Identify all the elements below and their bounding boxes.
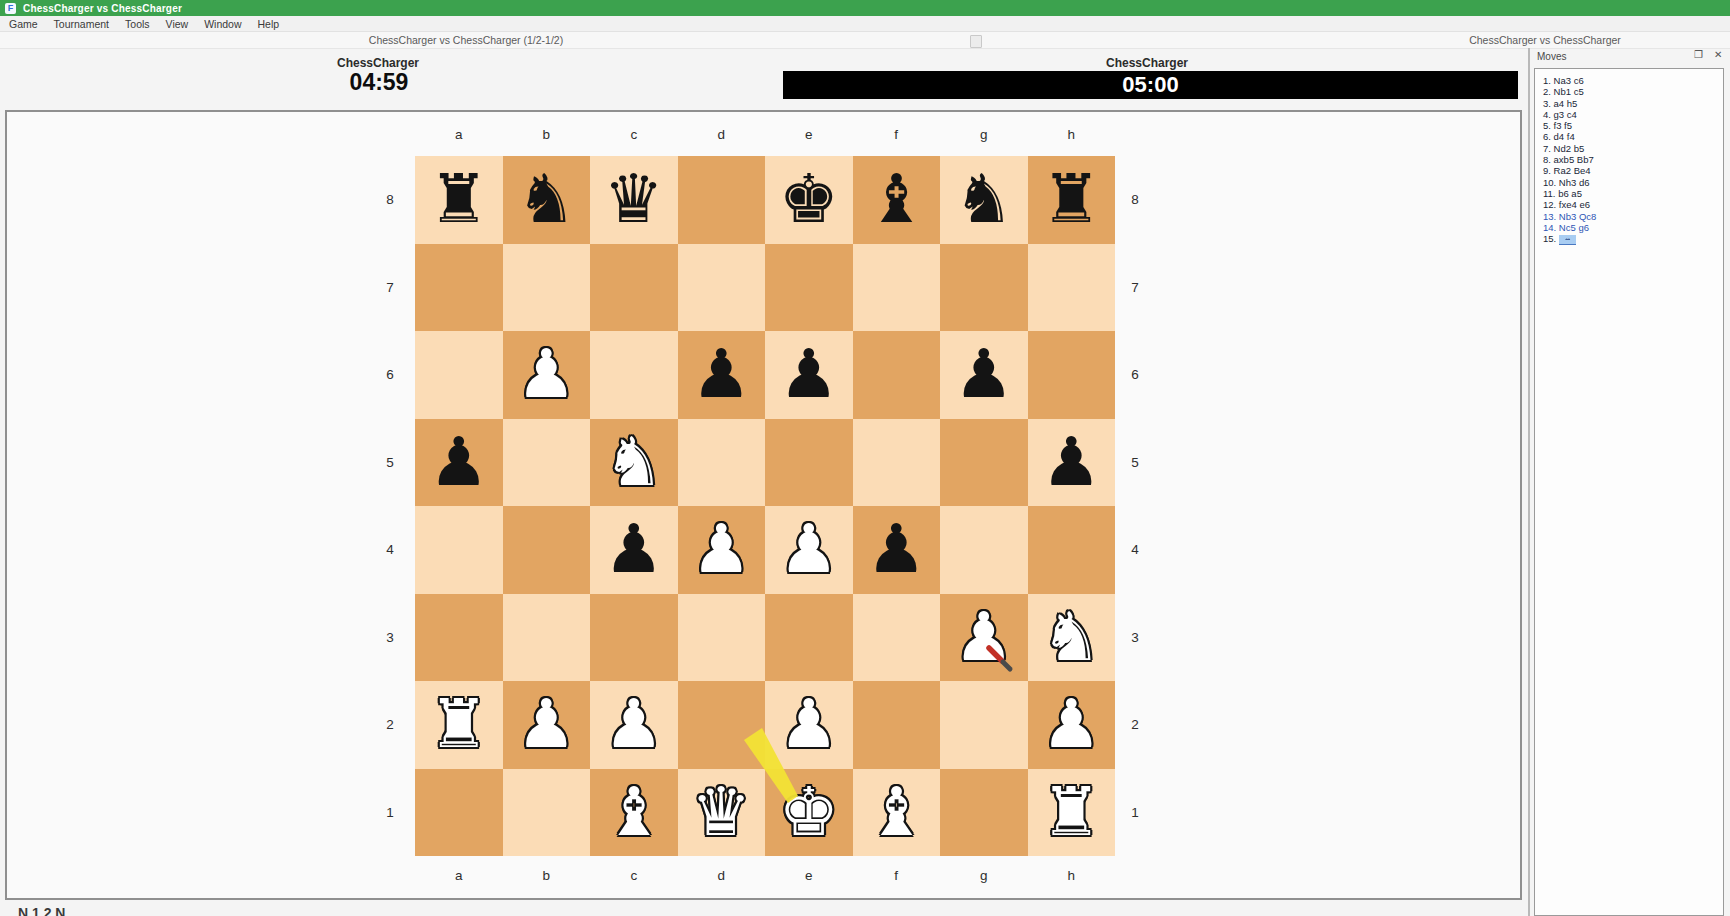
menu-window[interactable]: Window (204, 18, 241, 30)
black-knight-b8[interactable]: ♞ (516, 166, 576, 233)
square-h1[interactable]: ♜ (1028, 769, 1116, 857)
square-h5[interactable]: ♟ (1028, 419, 1116, 507)
square-b6[interactable]: ♟ (503, 331, 591, 419)
file-label-c: c (590, 868, 678, 886)
square-d8[interactable] (678, 156, 766, 244)
white-rook-a2[interactable]: ♜ (429, 691, 489, 758)
square-d5[interactable] (678, 419, 766, 507)
move-line-3[interactable]: 3. a4 h5 (1543, 98, 1719, 109)
white-clock: 04:59 (350, 69, 409, 96)
file-label-c: c (590, 127, 678, 145)
file-label-h: h (1028, 127, 1116, 145)
white-king-e1[interactable]: ♚ (779, 779, 839, 846)
panel-divider (1528, 48, 1530, 916)
rank-label-8: 8 (1126, 156, 1144, 244)
rank-label-5: 5 (381, 419, 399, 507)
file-labels-top: abcdefgh (415, 127, 1115, 145)
square-e2[interactable]: ♟ (765, 681, 853, 769)
black-pawn-e6[interactable]: ♟ (779, 341, 839, 408)
menu-tournament[interactable]: Tournament (54, 18, 109, 30)
square-g5[interactable] (940, 419, 1028, 507)
square-g2[interactable] (940, 681, 1028, 769)
white-player-name: ChessCharger (337, 56, 419, 70)
black-knight-g8[interactable]: ♞ (954, 166, 1014, 233)
move-line-13[interactable]: 13. Nb3 Qc8 (1543, 211, 1719, 222)
right-pane-title: ChessCharger vs ChessCharger (1469, 34, 1621, 46)
move-line-6[interactable]: 6. d4 f4 (1543, 131, 1719, 142)
white-pawn-e2[interactable]: ♟ (779, 691, 839, 758)
square-h6[interactable] (1028, 331, 1116, 419)
white-bishop-c1[interactable]: ♝ (604, 779, 664, 846)
rank-labels-right: 87654321 (1126, 156, 1144, 856)
menu-view[interactable]: View (166, 18, 189, 30)
moves-list[interactable]: 1. Na3 c62. Nb1 c53. a4 h54. g3 c45. f3 … (1534, 68, 1724, 916)
rank-label-2: 2 (1126, 681, 1144, 769)
file-labels-bottom: abcdefgh (415, 868, 1115, 886)
square-e4[interactable]: ♟ (765, 506, 853, 594)
square-c6[interactable] (590, 331, 678, 419)
white-pawn-e4[interactable]: ♟ (779, 516, 839, 583)
black-pawn-g6[interactable]: ♟ (954, 341, 1014, 408)
square-d2[interactable] (678, 681, 766, 769)
square-d7[interactable] (678, 244, 766, 332)
square-f7[interactable] (853, 244, 941, 332)
move-line-1[interactable]: 1. Na3 c6 (1543, 75, 1719, 86)
file-label-a: a (415, 127, 503, 145)
square-d4[interactable]: ♟ (678, 506, 766, 594)
moves-panel-title: Moves (1537, 51, 1566, 62)
file-label-b: b (503, 868, 591, 886)
square-c1[interactable]: ♝ (590, 769, 678, 857)
square-g6[interactable]: ♟ (940, 331, 1028, 419)
square-d3[interactable] (678, 594, 766, 682)
rank-labels-left: 87654321 (381, 156, 399, 856)
square-e1[interactable]: ♚ (765, 769, 853, 857)
square-b2[interactable]: ♟ (503, 681, 591, 769)
bottom-clipped-text: N 1 2 N (18, 905, 65, 916)
rank-label-1: 1 (1126, 769, 1144, 857)
move-line-10[interactable]: 10. Nh3 d6 (1543, 177, 1719, 188)
strip-square-icon[interactable] (970, 35, 982, 48)
square-b5[interactable] (503, 419, 591, 507)
white-queen-d1[interactable]: ♛ (691, 779, 751, 846)
square-h2[interactable]: ♟ (1028, 681, 1116, 769)
square-h4[interactable] (1028, 506, 1116, 594)
square-d6[interactable]: ♟ (678, 331, 766, 419)
square-c5[interactable]: ♞ (590, 419, 678, 507)
square-f2[interactable] (853, 681, 941, 769)
square-b7[interactable] (503, 244, 591, 332)
square-e6[interactable]: ♟ (765, 331, 853, 419)
menu-tools[interactable]: Tools (125, 18, 150, 30)
white-knight-h3[interactable]: ♞ (1041, 604, 1101, 671)
pending-move-selection: ·· (1559, 235, 1576, 245)
black-king-e8[interactable]: ♚ (779, 166, 839, 233)
chess-board[interactable]: ♜♞♛♚♝♞♜♟♟♟♟♟♞♟♟♟♟♟♟♞♜♟♟♟♟♝♛♚♝♜ (415, 156, 1115, 856)
rank-label-3: 3 (381, 594, 399, 682)
square-f8[interactable]: ♝ (853, 156, 941, 244)
title-bar: F ChessCharger vs ChessCharger (0, 0, 1730, 16)
square-a2[interactable]: ♜ (415, 681, 503, 769)
square-a3[interactable] (415, 594, 503, 682)
square-e3[interactable] (765, 594, 853, 682)
black-queen-c8[interactable]: ♛ (604, 166, 664, 233)
black-pawn-h5[interactable]: ♟ (1041, 429, 1101, 496)
square-d1[interactable]: ♛ (678, 769, 766, 857)
app-icon: F (5, 3, 16, 14)
file-label-e: e (765, 868, 853, 886)
move-line-5[interactable]: 5. f3 f5 (1543, 120, 1719, 131)
move-line-8[interactable]: 8. axb5 Bb7 (1543, 154, 1719, 165)
white-knight-c5[interactable]: ♞ (604, 429, 664, 496)
file-label-a: a (415, 868, 503, 886)
black-pawn-d6[interactable]: ♟ (691, 341, 751, 408)
black-player-name: ChessCharger (1106, 56, 1188, 70)
black-bishop-f8[interactable]: ♝ (866, 166, 926, 233)
square-f5[interactable] (853, 419, 941, 507)
square-c3[interactable] (590, 594, 678, 682)
file-label-g: g (940, 127, 1028, 145)
square-f4[interactable]: ♟ (853, 506, 941, 594)
file-label-f: f (853, 127, 941, 145)
white-bishop-f1[interactable]: ♝ (866, 779, 926, 846)
white-pawn-c2[interactable]: ♟ (604, 691, 664, 758)
square-b8[interactable]: ♞ (503, 156, 591, 244)
white-rook-h1[interactable]: ♜ (1041, 779, 1101, 846)
square-a8[interactable]: ♜ (415, 156, 503, 244)
square-c4[interactable]: ♟ (590, 506, 678, 594)
game-tab-title[interactable]: ChessCharger vs ChessCharger (1/2-1/2) (369, 34, 563, 46)
rank-label-3: 3 (1126, 594, 1144, 682)
square-b3[interactable] (503, 594, 591, 682)
white-pawn-b6[interactable]: ♟ (516, 341, 576, 408)
move-line-4[interactable]: 4. g3 c4 (1543, 109, 1719, 120)
square-g7[interactable] (940, 244, 1028, 332)
float-window-icon[interactable]: ❐ (1694, 49, 1703, 61)
file-label-b: b (503, 127, 591, 145)
file-label-h: h (1028, 868, 1116, 886)
file-label-e: e (765, 127, 853, 145)
file-label-d: d (678, 868, 766, 886)
square-g8[interactable]: ♞ (940, 156, 1028, 244)
rank-label-6: 6 (381, 331, 399, 419)
square-f3[interactable] (853, 594, 941, 682)
window-title: ChessCharger vs ChessCharger (23, 3, 182, 14)
square-a6[interactable] (415, 331, 503, 419)
square-e5[interactable] (765, 419, 853, 507)
square-f6[interactable] (853, 331, 941, 419)
black-rook-h8[interactable]: ♜ (1041, 166, 1101, 233)
rank-label-6: 6 (1126, 331, 1144, 419)
white-pawn-g3[interactable]: ♟ (954, 604, 1014, 671)
square-e8[interactable]: ♚ (765, 156, 853, 244)
black-rook-a8[interactable]: ♜ (429, 166, 489, 233)
rank-label-5: 5 (1126, 419, 1144, 507)
square-a4[interactable] (415, 506, 503, 594)
move-line-7[interactable]: 7. Nd2 b5 (1543, 143, 1719, 154)
square-a1[interactable] (415, 769, 503, 857)
white-pawn-h2[interactable]: ♟ (1041, 691, 1101, 758)
square-b4[interactable] (503, 506, 591, 594)
file-label-g: g (940, 868, 1028, 886)
menu-bar: GameTournamentToolsViewWindowHelp (0, 16, 1730, 32)
menu-game[interactable]: Game (9, 18, 38, 30)
move-line-12[interactable]: 12. fxe4 e6 (1543, 199, 1719, 210)
file-label-f: f (853, 868, 941, 886)
square-e7[interactable] (765, 244, 853, 332)
black-pawn-a5[interactable]: ♟ (429, 429, 489, 496)
black-pawn-c4[interactable]: ♟ (604, 516, 664, 583)
square-c2[interactable]: ♟ (590, 681, 678, 769)
square-h8[interactable]: ♜ (1028, 156, 1116, 244)
menu-help[interactable]: Help (258, 18, 280, 30)
square-c8[interactable]: ♛ (590, 156, 678, 244)
rank-label-2: 2 (381, 681, 399, 769)
move-line-14[interactable]: 14. Nc5 g6 (1543, 222, 1719, 233)
rank-label-4: 4 (1126, 506, 1144, 594)
rank-label-1: 1 (381, 769, 399, 857)
square-h7[interactable] (1028, 244, 1116, 332)
square-g3[interactable]: ♟ (940, 594, 1028, 682)
square-b1[interactable] (503, 769, 591, 857)
rank-label-7: 7 (1126, 244, 1144, 332)
move-line-15-pending: 15.·· (1543, 233, 1719, 244)
square-a5[interactable]: ♟ (415, 419, 503, 507)
black-clock: 05:00 (1122, 72, 1178, 98)
move-line-9[interactable]: 9. Ra2 Be4 (1543, 165, 1719, 176)
square-g4[interactable] (940, 506, 1028, 594)
white-pawn-d4[interactable]: ♟ (691, 516, 751, 583)
move-line-2[interactable]: 2. Nb1 c5 (1543, 86, 1719, 97)
move-line-11[interactable]: 11. b6 a5 (1543, 188, 1719, 199)
black-pawn-f4[interactable]: ♟ (866, 516, 926, 583)
rank-label-7: 7 (381, 244, 399, 332)
square-f1[interactable]: ♝ (853, 769, 941, 857)
file-label-d: d (678, 127, 766, 145)
square-c7[interactable] (590, 244, 678, 332)
square-h3[interactable]: ♞ (1028, 594, 1116, 682)
black-clock-highlight-bar: 05:00 (783, 71, 1518, 99)
rank-label-8: 8 (381, 156, 399, 244)
square-a7[interactable] (415, 244, 503, 332)
white-pawn-b2[interactable]: ♟ (516, 691, 576, 758)
rank-label-4: 4 (381, 506, 399, 594)
square-g1[interactable] (940, 769, 1028, 857)
close-icon[interactable]: ✕ (1714, 49, 1722, 61)
